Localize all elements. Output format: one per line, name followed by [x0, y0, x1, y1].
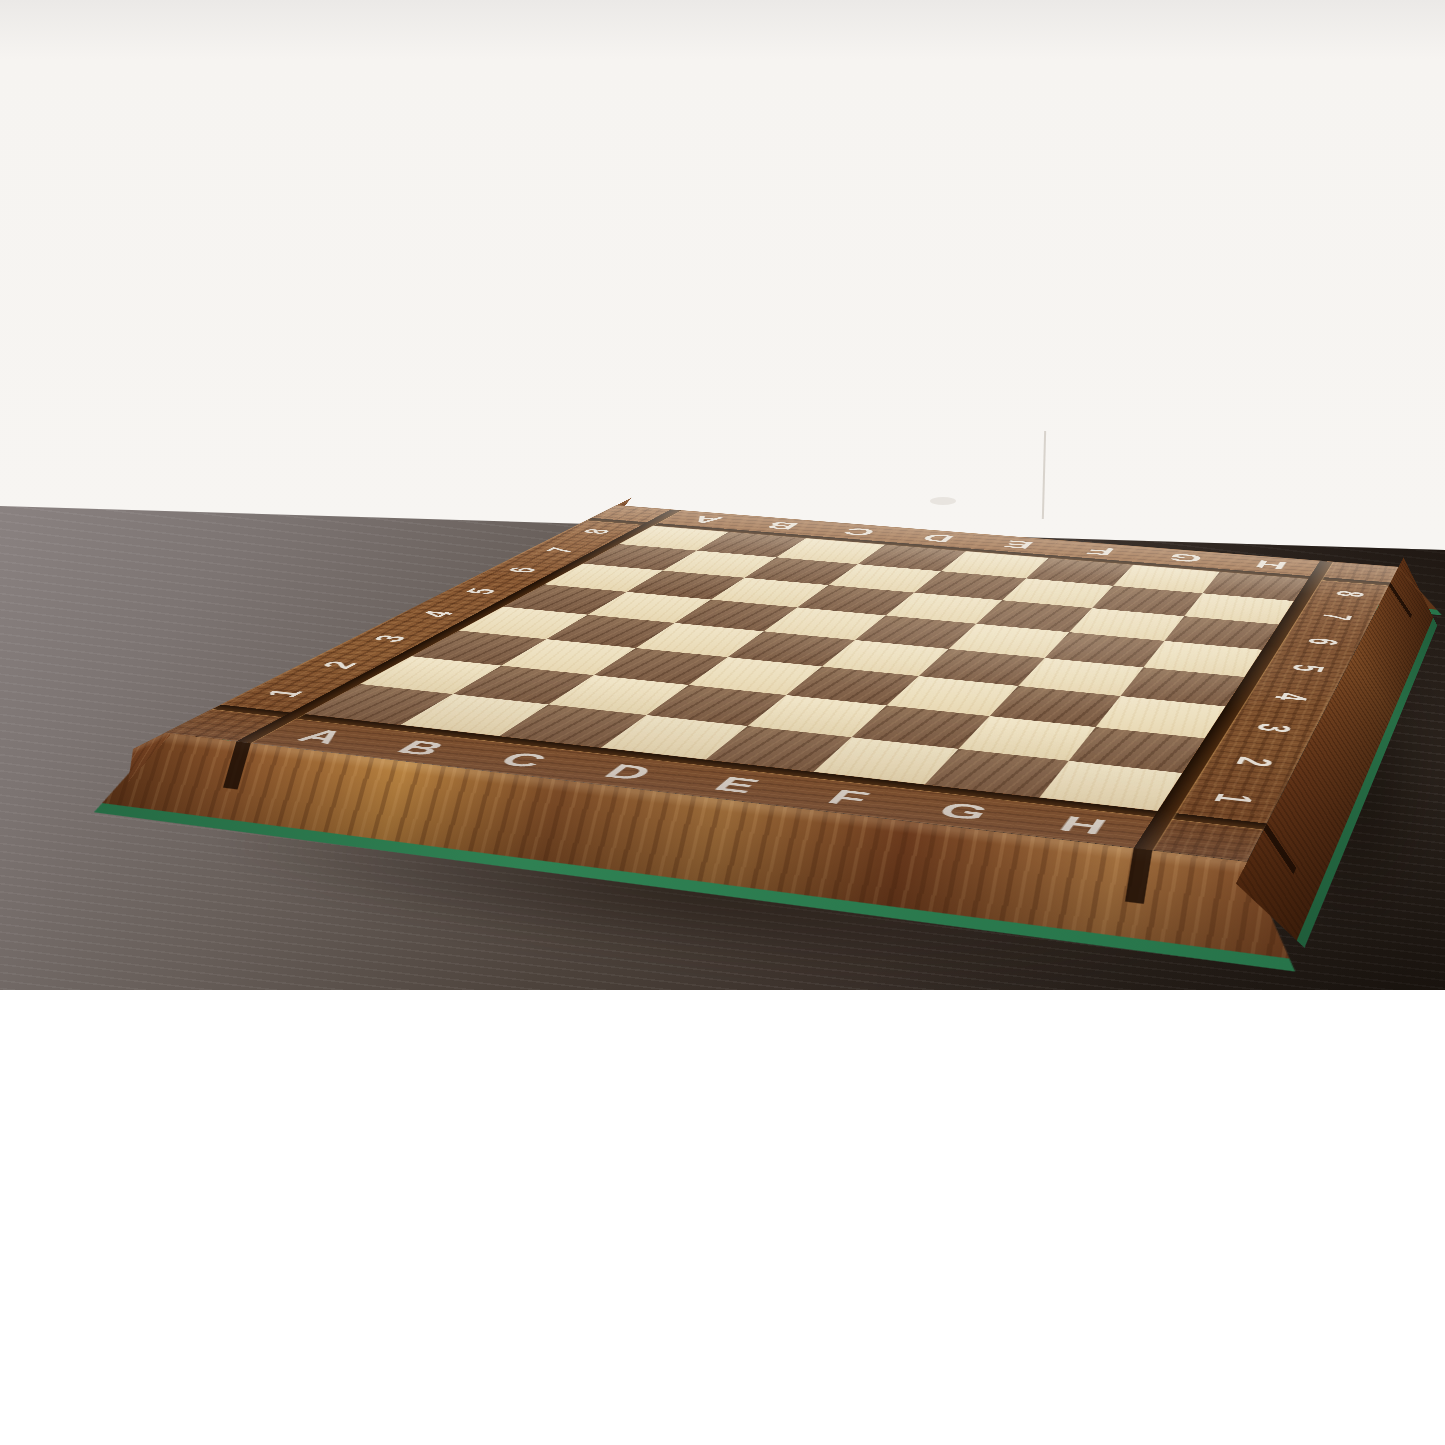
- wall-smudge: [930, 497, 956, 505]
- groove-cut: [1389, 582, 1412, 618]
- photo-area: AA11BB22CC33DD44EE55FF66GG77HH88: [0, 0, 1445, 990]
- wall-crack: [1042, 431, 1046, 519]
- product-photo: AA11BB22CC33DD44EE55FF66GG77HH88: [0, 0, 1445, 1445]
- groove-cut: [223, 741, 251, 789]
- groove-cut: [1125, 848, 1152, 904]
- groove-cut: [1264, 823, 1297, 874]
